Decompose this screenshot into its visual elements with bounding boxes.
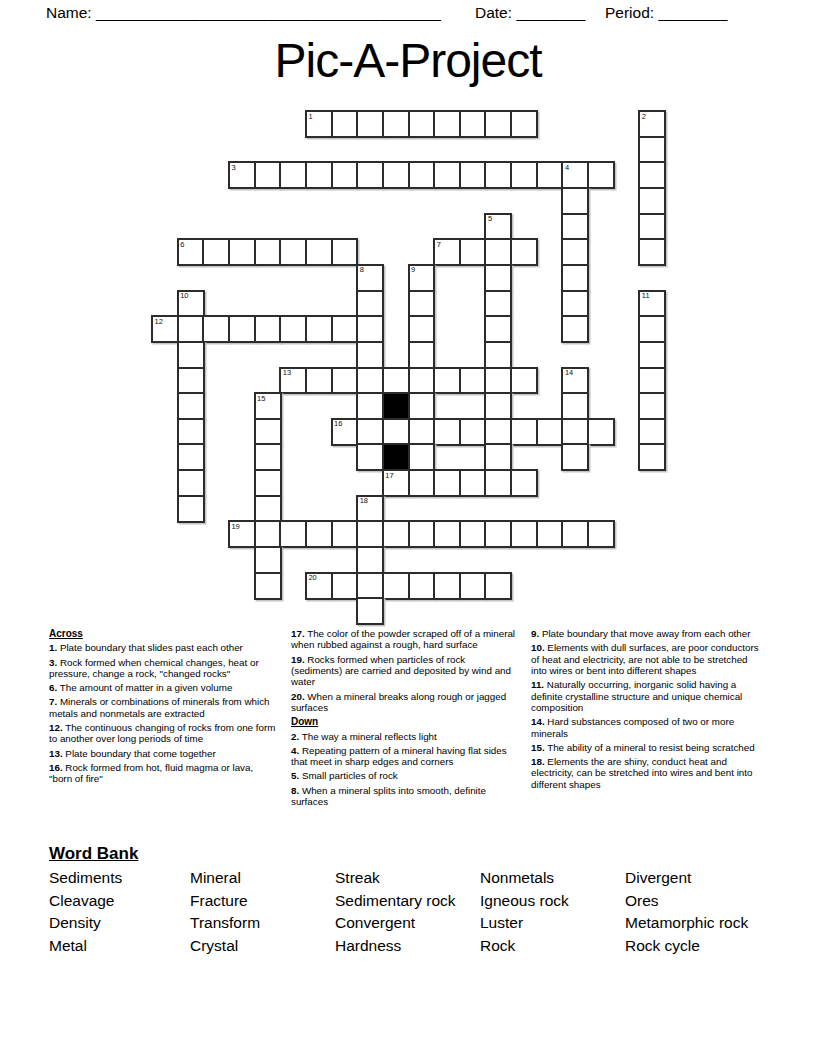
crossword-cell[interactable] [408,572,436,600]
crossword-cell[interactable] [587,520,615,548]
crossword-cell[interactable] [228,238,256,266]
crossword-cell[interactable] [561,443,589,471]
clue-down-18: 18. Elements the are shiny, conduct heat… [531,756,759,790]
crossword-cell[interactable] [561,290,589,318]
clue-number: 4. [291,745,299,756]
crossword-cell[interactable] [382,110,410,138]
crossword-cell[interactable] [254,469,282,497]
word-bank-word: Hardness [335,937,480,955]
crossword-cell[interactable] [433,110,461,138]
crossword-cell[interactable] [356,572,384,600]
cell-number: 5 [488,215,492,223]
clue-down-15: 15. The ability of a mineral to resist b… [531,742,759,753]
crossword-cell[interactable]: 1 [305,110,333,138]
crossword-cell[interactable] [459,418,487,446]
crossword-cell[interactable] [459,572,487,600]
crossword-cell[interactable] [433,469,461,497]
crossword-cell[interactable] [331,315,359,343]
cell-number: 3 [231,164,235,172]
clue-across-17: 17. The color of the powder scraped off … [291,628,519,651]
crossword-cell[interactable] [408,443,436,471]
word-bank-word: Cleavage [49,892,190,910]
crossword-cell[interactable] [382,520,410,548]
crossword-cell[interactable] [484,264,512,292]
crossword-cell[interactable] [408,341,436,369]
crossword-cell[interactable] [177,469,205,497]
crossword-cell[interactable] [254,161,282,189]
crossword-cell[interactable] [254,238,282,266]
crossword-cell[interactable] [356,392,384,420]
crossword-cell[interactable] [356,110,384,138]
period-label: Period: [605,4,654,21]
crossword-cell[interactable] [510,238,538,266]
crossword-cell[interactable] [484,315,512,343]
crossword-cell[interactable] [561,392,589,420]
crossword-cell[interactable] [305,367,333,395]
cell-number: 8 [360,266,364,274]
crossword-cell[interactable] [638,418,666,446]
cell-number: 19 [231,523,239,531]
crossword-cell[interactable] [561,238,589,266]
cell-number: 10 [180,292,188,300]
crossword-cell[interactable] [459,161,487,189]
clue-number: 12. [49,722,63,733]
word-bank-word: Sediments [49,869,190,887]
crossword-cell[interactable] [177,443,205,471]
clue-across-7: 7. Minerals or combinations of minerals … [49,696,277,719]
clue-down-8: 8. When a mineral splits into smooth, de… [291,785,519,808]
crossword-cell[interactable] [536,520,564,548]
clue-number: 16. [49,762,63,773]
clue-number: 15. [531,742,545,753]
crossword-cell[interactable] [177,315,205,343]
cell-number: 12 [155,318,163,326]
crossword-cell[interactable] [561,187,589,215]
word-bank-word: Sedimentary rock [335,892,480,910]
period-blank-line: ________ [658,4,727,21]
crossword-cell[interactable] [433,572,461,600]
crossword-cell[interactable] [356,597,384,625]
crossword-cell[interactable] [177,392,205,420]
crossword-cell[interactable] [331,367,359,395]
crossword-cell[interactable] [510,520,538,548]
crossword-cell[interactable] [408,392,436,420]
clue-number: 13. [49,748,63,759]
crossword-cell[interactable] [408,418,436,446]
clue-number: 18. [531,756,545,767]
clue-across-19: 19. Rocks formed when particles of rock … [291,654,519,688]
crossword-cell[interactable] [638,367,666,395]
crossword-cell[interactable] [561,520,589,548]
crossword-cell[interactable] [587,161,615,189]
crossword-cell[interactable]: 14 [561,367,589,395]
word-bank-word: Mineral [190,869,335,887]
word-bank: SedimentsMineralStreakNonmetalsDivergent… [49,867,789,957]
cell-number: 11 [642,292,650,300]
crossword-cell[interactable] [356,315,384,343]
crossword-cell[interactable] [459,367,487,395]
cell-number: 13 [283,369,291,377]
crossword-cell[interactable] [254,520,282,548]
crossword-cell[interactable] [536,161,564,189]
clue-number: 17. [291,628,305,639]
crossword-cell[interactable] [305,238,333,266]
crossword-cell[interactable] [408,110,436,138]
crossword-grid: 1234567891011121314151617181920 [151,110,671,630]
clue-number: 9. [531,628,539,639]
word-bank-word: Metamorphic rock [625,914,789,932]
crossword-cell[interactable]: 16 [331,418,359,446]
crossword-cell[interactable] [638,341,666,369]
crossword-cell[interactable]: 5 [484,213,512,241]
crossword-cell[interactable] [408,290,436,318]
crossword-cell[interactable] [279,315,307,343]
crossword-cell[interactable] [536,418,564,446]
crossword-cell[interactable] [587,418,615,446]
cell-number: 14 [565,369,573,377]
crossword-cell[interactable]: 18 [356,495,384,523]
crossword-cell[interactable] [356,418,384,446]
crossword-cell[interactable] [638,187,666,215]
clue-across-1: 1. Plate boundary that slides past each … [49,642,277,653]
crossword-cell[interactable] [561,264,589,292]
crossword-cell[interactable]: 7 [433,238,461,266]
crossword-cell[interactable] [484,238,512,266]
crossword-cell[interactable] [305,315,333,343]
clue-number: 11. [531,679,544,690]
word-bank-word: Nonmetals [480,869,625,887]
clue-number: 1. [49,642,57,653]
crossword-cell[interactable] [638,392,666,420]
cell-number: 18 [360,497,368,505]
crossword-cell[interactable] [177,341,205,369]
crossword-cell[interactable] [638,315,666,343]
crossword-cell[interactable]: 11 [638,290,666,318]
cell-number: 15 [257,395,265,403]
word-bank-word: Rock [480,937,625,955]
crossword-cell[interactable] [484,572,512,600]
word-bank-word: Streak [335,869,480,887]
crossword-cell[interactable] [356,520,384,548]
crossword-cell[interactable] [638,213,666,241]
crossword-cell[interactable] [408,367,436,395]
clue-across-6: 6. The amount of matter in a given volum… [49,682,277,693]
crossword-cell[interactable] [638,161,666,189]
crossword-cell[interactable]: 12 [151,315,179,343]
crossword-cell[interactable] [356,367,384,395]
word-bank-word: Transform [190,914,335,932]
crossword-cell[interactable] [254,315,282,343]
date-label: Date: [475,4,512,21]
crossword-cell[interactable]: 19 [228,520,256,548]
crossword-cell[interactable] [356,290,384,318]
crossword-cell[interactable] [279,520,307,548]
crossword-cell[interactable] [177,418,205,446]
crossword-cell[interactable] [484,341,512,369]
clue-number: 7. [49,696,57,707]
cell-number: 1 [308,113,312,121]
crossword-cell[interactable] [459,469,487,497]
clue-column-3: 9. Plate boundary that move away from ea… [531,628,759,793]
crossword-cell[interactable] [561,418,589,446]
word-bank-heading: Word Bank [49,844,138,864]
crossword-cell[interactable] [510,469,538,497]
crossword-cell[interactable] [382,418,410,446]
crossword-cell[interactable] [202,238,230,266]
clue-number: 2. [291,731,299,742]
clue-down-2: 2. The way a mineral reflects light [291,731,519,742]
clue-number: 3. [49,657,57,668]
crossword-cell[interactable] [484,110,512,138]
word-bank-word: Fracture [190,892,335,910]
crossword-cell[interactable] [459,110,487,138]
crossword-cell[interactable] [484,418,512,446]
word-bank-word: Luster [480,914,625,932]
word-bank-word: Crystal [190,937,335,955]
crossword-cell[interactable] [638,443,666,471]
crossword-cell[interactable] [638,238,666,266]
crossword-cell[interactable] [561,213,589,241]
crossword-cell[interactable] [254,572,282,600]
crossword-cell[interactable] [331,238,359,266]
black-cell [382,392,410,420]
crossword-cell[interactable] [177,367,205,395]
word-bank-word: Rock cycle [625,937,789,955]
crossword-cell[interactable] [356,161,384,189]
word-bank-word: Metal [49,937,190,955]
cell-number: 20 [308,574,316,582]
clue-number: 5. [291,770,299,781]
cell-number: 16 [334,420,342,428]
crossword-cell[interactable] [254,418,282,446]
crossword-cell[interactable] [331,161,359,189]
crossword-cell[interactable] [484,443,512,471]
clue-across-3: 3. Rock formed when chemical changes, he… [49,657,277,680]
crossword-cell[interactable] [433,161,461,189]
crossword-cell[interactable] [177,495,205,523]
clue-down-10: 10. Elements with dull surfaces, are poo… [531,642,759,676]
word-bank-word: Convergent [335,914,480,932]
clue-down-14: 14. Hard substances composed of two or m… [531,716,759,739]
word-bank-word: Divergent [625,869,789,887]
crossword-cell[interactable] [433,520,461,548]
crossword-cell[interactable] [484,161,512,189]
cell-number: 17 [385,472,393,480]
crossword-cell[interactable] [408,161,436,189]
crossword-cell[interactable] [331,110,359,138]
crossword-cell[interactable]: 13 [279,367,307,395]
crossword-cell[interactable] [305,161,333,189]
cell-number: 9 [411,266,415,274]
crossword-cell[interactable] [484,392,512,420]
crossword-cell[interactable] [356,443,384,471]
crossword-cell[interactable] [331,520,359,548]
across-heading: Across [49,628,277,639]
word-bank-word: Ores [625,892,789,910]
crossword-cell[interactable] [510,418,538,446]
crossword-cell[interactable] [228,315,256,343]
crossword-cell[interactable]: 9 [408,264,436,292]
cell-number: 4 [565,164,569,172]
crossword-cell[interactable] [459,520,487,548]
clue-number: 6. [49,682,57,693]
crossword-cell[interactable] [382,161,410,189]
clue-down-11: 11. Naturally occurring, inorganic solid… [531,679,759,713]
clue-across-13: 13. Plate boundary that come together [49,748,277,759]
crossword-cell[interactable] [561,315,589,343]
worksheet-page: Name: __________________________________… [0,0,816,1056]
crossword-cell[interactable] [254,443,282,471]
crossword-cell[interactable]: 3 [228,161,256,189]
page-title: Pic-A-Project [0,33,816,88]
crossword-cell[interactable] [279,161,307,189]
period-field: Period: ________ [605,4,727,22]
crossword-cell[interactable] [408,315,436,343]
crossword-cell[interactable] [433,367,461,395]
crossword-cell[interactable] [484,290,512,318]
clue-number: 8. [291,785,299,796]
clue-across-20: 20. When a mineral breaks along rough or… [291,691,519,714]
clue-number: 10. [531,642,545,653]
clue-number: 14. [531,716,545,727]
crossword-cell[interactable] [305,520,333,548]
crossword-cell[interactable] [484,469,512,497]
cell-number: 6 [180,241,184,249]
crossword-cell[interactable] [408,520,436,548]
crossword-cell[interactable]: 15 [254,392,282,420]
crossword-cell[interactable]: 20 [305,572,333,600]
crossword-cell[interactable]: 2 [638,110,666,138]
crossword-cell[interactable] [638,136,666,164]
crossword-cell[interactable] [279,238,307,266]
clue-column-2: 17. The color of the powder scraped off … [291,628,519,810]
crossword-cell[interactable] [459,238,487,266]
crossword-cell[interactable]: 6 [177,238,205,266]
clue-down-9: 9. Plate boundary that move away from ea… [531,628,759,639]
down-heading: Down [291,716,519,727]
black-cell [382,443,410,471]
crossword-cell[interactable] [356,546,384,574]
name-label: Name: [46,4,92,21]
crossword-cell[interactable]: 10 [177,290,205,318]
word-bank-word: Igneous rock [480,892,625,910]
crossword-cell[interactable]: 4 [561,161,589,189]
crossword-cell[interactable]: 17 [382,469,410,497]
cell-number: 2 [642,113,646,121]
clue-across-16: 16. Rock formed from hot, fluid magma or… [49,762,277,785]
clue-number: 20. [291,691,305,702]
crossword-cell[interactable] [382,367,410,395]
clue-down-4: 4. Repeating pattern of a mineral having… [291,745,519,768]
crossword-cell[interactable] [484,520,512,548]
crossword-cell[interactable] [510,110,538,138]
crossword-cell[interactable] [254,546,282,574]
word-bank-word: Density [49,914,190,932]
date-blank-line: ________ [516,4,585,21]
crossword-cell[interactable] [254,495,282,523]
name-field: Name: __________________________________… [46,4,441,22]
crossword-cell[interactable] [510,367,538,395]
crossword-cell[interactable] [484,367,512,395]
crossword-cell[interactable] [510,161,538,189]
clue-number: 19. [291,654,305,665]
cell-number: 7 [437,241,441,249]
name-blank-line: ________________________________________ [96,4,441,21]
crossword-cell[interactable] [331,572,359,600]
crossword-cell[interactable] [433,418,461,446]
clue-across-12: 12. The continuous changing of rocks fro… [49,722,277,745]
crossword-cell[interactable] [382,572,410,600]
crossword-cell[interactable]: 8 [356,264,384,292]
crossword-cell[interactable] [408,469,436,497]
date-field: Date: ________ [475,4,585,22]
clue-down-5: 5. Small particles of rock [291,770,519,781]
clue-column-1: Across1. Plate boundary that slides past… [49,628,277,787]
crossword-cell[interactable] [356,341,384,369]
crossword-cell[interactable] [202,315,230,343]
